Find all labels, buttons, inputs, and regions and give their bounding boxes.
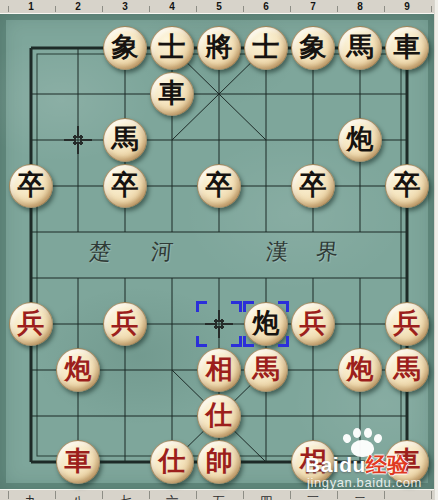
piece-black-soldier[interactable]: 卒 [103, 164, 147, 208]
file-label: 九 [23, 493, 39, 500]
piece-black-general[interactable]: 將 [197, 26, 241, 70]
piece-glyph: 馬 [347, 34, 374, 61]
piece-black-elephant[interactable]: 象 [291, 26, 335, 70]
file-label: 八 [70, 493, 86, 500]
piece-black-soldier[interactable]: 卒 [385, 164, 429, 208]
file-bar-tick [431, 491, 432, 499]
piece-glyph: 士 [253, 34, 280, 61]
piece-glyph: 兵 [394, 310, 421, 337]
file-bar-tick [196, 6, 197, 12]
page-right-gutter [434, 0, 438, 500]
file-label: 1 [8, 0, 54, 13]
piece-black-chariot[interactable]: 車 [385, 26, 429, 70]
file-bar-tick [384, 6, 385, 12]
piece-glyph: 馬 [112, 126, 139, 153]
piece-glyph: 兵 [112, 310, 139, 337]
piece-black-horse[interactable]: 馬 [338, 26, 382, 70]
piece-glyph: 仕 [159, 448, 186, 475]
file-label: 三 [305, 493, 321, 500]
file-bar-tick [384, 491, 385, 499]
river-label: 河 [150, 241, 174, 263]
piece-black-elephant[interactable]: 象 [103, 26, 147, 70]
piece-red-soldier[interactable]: 兵 [9, 302, 53, 346]
piece-glyph: 卒 [300, 172, 327, 199]
piece-black-horse[interactable]: 馬 [103, 118, 147, 162]
file-label: 8 [337, 0, 383, 13]
file-label: 7 [290, 0, 336, 13]
selection-bracket-marker [196, 301, 242, 347]
piece-glyph: 帥 [206, 448, 233, 475]
watermark-url: jingyan.baidu.com [307, 475, 422, 490]
piece-glyph: 象 [300, 34, 327, 61]
file-bar-tick [8, 6, 9, 12]
piece-glyph: 卒 [18, 172, 45, 199]
piece-red-horse[interactable]: 馬 [385, 348, 429, 392]
file-bar-tick [337, 6, 338, 12]
file-bar-tick [149, 6, 150, 12]
piece-red-cannon[interactable]: 炮 [338, 348, 382, 392]
piece-red-soldier[interactable]: 兵 [291, 302, 335, 346]
file-label: 2 [55, 0, 101, 13]
file-bar-tick [8, 491, 9, 499]
piece-black-soldier[interactable]: 卒 [9, 164, 53, 208]
file-label: 七 [117, 493, 133, 500]
file-bar-tick [290, 6, 291, 12]
file-bar-tick [196, 491, 197, 499]
watermark-brand: Baidu经验 [305, 453, 409, 476]
file-label: 二 [352, 493, 368, 500]
file-label: 5 [196, 0, 242, 13]
file-label: 4 [149, 0, 195, 13]
piece-red-cannon[interactable]: 炮 [56, 348, 100, 392]
piece-glyph: 馬 [394, 356, 421, 383]
piece-red-elephant[interactable]: 相 [197, 348, 241, 392]
piece-red-chariot[interactable]: 車 [56, 440, 100, 484]
xiangqi-app-window: 123456789 楚河漢界象士將士象馬車車馬炮卒卒卒卒卒炮兵兵兵兵炮相馬炮馬仕… [0, 0, 438, 500]
file-bar-tick [102, 6, 103, 12]
piece-red-general[interactable]: 帥 [197, 440, 241, 484]
piece-black-soldier[interactable]: 卒 [197, 164, 241, 208]
top-file-labels-bar: 123456789 [0, 0, 434, 14]
piece-glyph: 炮 [65, 356, 92, 383]
piece-glyph: 將 [206, 34, 233, 61]
river-label: 楚 [88, 241, 112, 263]
piece-red-soldier[interactable]: 兵 [103, 302, 147, 346]
file-label: 六 [164, 493, 180, 500]
file-bar-tick [243, 491, 244, 499]
piece-black-cannon[interactable]: 炮 [338, 118, 382, 162]
last-move-cross-marker [64, 126, 92, 154]
piece-glyph: 卒 [112, 172, 139, 199]
file-label: 6 [243, 0, 289, 13]
piece-glyph: 卒 [206, 172, 233, 199]
file-bar-tick [337, 491, 338, 499]
file-bar-tick [243, 6, 244, 12]
piece-glyph: 炮 [347, 126, 374, 153]
piece-glyph: 馬 [253, 356, 280, 383]
piece-glyph: 兵 [18, 310, 45, 337]
file-bar-tick [431, 6, 432, 12]
piece-red-advisor[interactable]: 仕 [197, 394, 241, 438]
piece-glyph: 士 [159, 34, 186, 61]
piece-glyph: 炮 [347, 356, 374, 383]
river-label: 漢 [265, 241, 289, 263]
file-label: 3 [102, 0, 148, 13]
river-label: 界 [315, 241, 339, 263]
piece-red-soldier[interactable]: 兵 [385, 302, 429, 346]
file-bar-tick [290, 491, 291, 499]
piece-red-advisor[interactable]: 仕 [150, 440, 194, 484]
file-bar-tick [55, 6, 56, 12]
file-label: 五 [211, 493, 227, 500]
piece-black-soldier[interactable]: 卒 [291, 164, 335, 208]
piece-glyph: 仕 [206, 402, 233, 429]
piece-glyph: 象 [112, 34, 139, 61]
file-label: 一 [399, 493, 415, 500]
piece-black-advisor[interactable]: 士 [244, 26, 288, 70]
piece-black-advisor[interactable]: 士 [150, 26, 194, 70]
piece-black-chariot[interactable]: 車 [150, 72, 194, 116]
piece-red-horse[interactable]: 馬 [244, 348, 288, 392]
file-label: 四 [258, 493, 274, 500]
piece-glyph: 相 [206, 356, 233, 383]
file-bar-tick [102, 491, 103, 499]
file-bar-tick [149, 491, 150, 499]
piece-glyph: 兵 [300, 310, 327, 337]
piece-glyph: 車 [159, 80, 186, 107]
file-bar-tick [55, 491, 56, 499]
xiangqi-board[interactable]: 楚河漢界象士將士象馬車車馬炮卒卒卒卒卒炮兵兵兵兵炮相馬炮馬仕車仕帥相車 [0, 14, 434, 489]
baidu-jingyan-watermark: Baidu经验 jingyan.baidu.com [300, 428, 436, 492]
piece-glyph: 車 [394, 34, 421, 61]
selection-bracket-marker [243, 301, 289, 347]
piece-glyph: 車 [65, 448, 92, 475]
piece-glyph: 卒 [394, 172, 421, 199]
file-label: 9 [384, 0, 430, 13]
